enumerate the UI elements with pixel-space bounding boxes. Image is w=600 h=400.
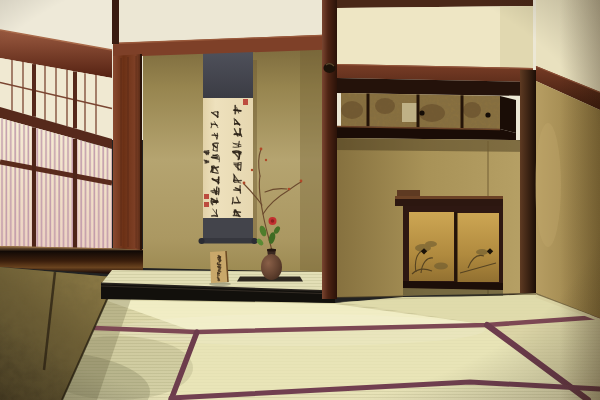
room-scene xyxy=(0,0,600,400)
photo-japanese-room xyxy=(0,0,600,400)
vignette xyxy=(0,0,600,400)
right-edge-shade xyxy=(560,0,600,400)
